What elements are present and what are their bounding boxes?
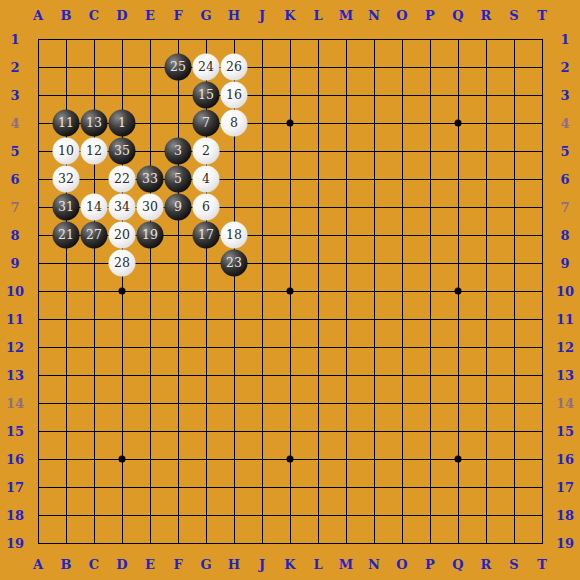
column-label-top-E: E	[145, 9, 155, 22]
row-label-left-8: 8	[10, 229, 19, 242]
stone-black-E8: 19	[137, 222, 164, 249]
stone-move-number: 27	[86, 229, 102, 242]
stone-white-G5: 2	[193, 138, 220, 165]
column-label-top-L: L	[313, 9, 322, 22]
stone-move-number: 35	[114, 145, 130, 158]
stone-move-number: 12	[86, 145, 102, 158]
stone-move-number: 28	[114, 257, 130, 270]
column-label-top-G: G	[200, 9, 211, 22]
row-label-right-11: 11	[556, 313, 574, 326]
stone-white-B6: 32	[53, 166, 80, 193]
row-label-left-18: 18	[6, 509, 24, 522]
column-label-top-F: F	[173, 9, 182, 22]
row-label-left-6: 6	[10, 173, 19, 186]
column-label-top-H: H	[228, 9, 240, 22]
row-label-right-3: 3	[560, 89, 569, 102]
column-label-top-P: P	[425, 9, 435, 22]
stone-black-B8: 21	[53, 222, 80, 249]
row-label-right-12: 12	[556, 341, 574, 354]
stone-move-number: 31	[58, 201, 74, 214]
stone-black-G4: 7	[193, 110, 220, 137]
row-label-right-1: 1	[560, 33, 569, 46]
stone-move-number: 23	[226, 257, 242, 270]
column-label-bottom-O: O	[396, 558, 407, 571]
go-board-diagram: AABBCCDDEEFFGGHHJJKKLLMMNNOOPPQQRRSSTT11…	[0, 0, 580, 580]
column-label-bottom-P: P	[425, 558, 435, 571]
stone-move-number: 30	[142, 201, 158, 214]
stone-white-H8: 18	[221, 222, 248, 249]
row-label-right-10: 10	[556, 285, 574, 298]
row-label-left-19: 19	[6, 537, 24, 550]
stone-white-D8: 20	[109, 222, 136, 249]
column-label-bottom-N: N	[368, 558, 380, 571]
stone-move-number: 26	[226, 61, 242, 74]
column-label-bottom-L: L	[313, 558, 322, 571]
row-label-left-11: 11	[6, 313, 24, 326]
row-label-left-12: 12	[6, 341, 24, 354]
stone-black-E6: 33	[137, 166, 164, 193]
column-label-bottom-G: G	[200, 558, 211, 571]
row-label-left-16: 16	[6, 453, 24, 466]
column-label-top-T: T	[537, 9, 547, 22]
star-point-D10	[119, 288, 126, 295]
star-point-K16	[287, 456, 294, 463]
column-label-bottom-J: J	[259, 558, 265, 571]
star-point-Q16	[455, 456, 462, 463]
stone-white-G7: 6	[193, 194, 220, 221]
row-label-left-5: 5	[10, 145, 19, 158]
stone-move-number: 34	[114, 201, 130, 214]
column-label-bottom-M: M	[339, 558, 353, 571]
stone-move-number: 17	[198, 229, 214, 242]
column-label-bottom-C: C	[89, 558, 99, 571]
stone-white-H4: 8	[221, 110, 248, 137]
stone-black-F7: 9	[165, 194, 192, 221]
column-label-bottom-Q: Q	[452, 558, 463, 571]
stone-black-F5: 3	[165, 138, 192, 165]
column-label-bottom-E: E	[145, 558, 155, 571]
column-label-bottom-K: K	[284, 558, 295, 571]
stone-black-C8: 27	[81, 222, 108, 249]
column-label-bottom-F: F	[173, 558, 182, 571]
stone-move-number: 19	[142, 229, 158, 242]
row-label-right-18: 18	[556, 509, 574, 522]
stone-black-F2: 25	[165, 54, 192, 81]
stone-move-number: 9	[174, 201, 182, 214]
stone-white-C7: 14	[81, 194, 108, 221]
stone-move-number: 32	[58, 173, 74, 186]
column-label-top-Q: Q	[452, 9, 463, 22]
star-point-K4	[287, 120, 294, 127]
stone-move-number: 13	[86, 117, 102, 130]
stone-move-number: 16	[226, 89, 242, 102]
stone-move-number: 6	[202, 201, 210, 214]
stone-black-G8: 17	[193, 222, 220, 249]
stone-black-C4: 13	[81, 110, 108, 137]
column-label-top-A: A	[33, 9, 43, 22]
column-label-bottom-D: D	[116, 558, 127, 571]
stone-move-number: 5	[174, 173, 182, 186]
stone-move-number: 10	[58, 145, 74, 158]
stone-black-B7: 31	[53, 194, 80, 221]
stone-move-number: 3	[174, 145, 182, 158]
stone-move-number: 20	[114, 229, 130, 242]
stone-move-number: 25	[170, 61, 186, 74]
column-label-bottom-S: S	[509, 558, 518, 571]
star-point-Q10	[455, 288, 462, 295]
row-label-right-19: 19	[556, 537, 574, 550]
star-point-Q4	[455, 120, 462, 127]
column-label-top-O: O	[396, 9, 407, 22]
stone-move-number: 4	[202, 173, 210, 186]
row-label-right-15: 15	[556, 425, 574, 438]
row-label-right-14: 14	[556, 397, 574, 410]
stone-black-D5: 35	[109, 138, 136, 165]
stone-move-number: 8	[230, 117, 238, 130]
row-label-right-17: 17	[556, 481, 574, 494]
stone-black-B4: 11	[53, 110, 80, 137]
stone-move-number: 15	[198, 89, 214, 102]
column-label-bottom-A: A	[33, 558, 43, 571]
stone-black-H9: 23	[221, 250, 248, 277]
row-label-left-9: 9	[10, 257, 19, 270]
stone-white-G2: 24	[193, 54, 220, 81]
row-label-left-10: 10	[6, 285, 24, 298]
column-label-top-N: N	[368, 9, 380, 22]
stone-black-F6: 5	[165, 166, 192, 193]
column-label-top-B: B	[61, 9, 72, 22]
column-label-top-R: R	[481, 9, 492, 22]
column-label-bottom-H: H	[228, 558, 240, 571]
row-label-left-17: 17	[6, 481, 24, 494]
column-label-top-D: D	[116, 9, 127, 22]
stone-move-number: 11	[58, 117, 74, 130]
row-label-right-4: 4	[560, 117, 569, 130]
column-label-top-K: K	[284, 9, 295, 22]
stone-move-number: 22	[114, 173, 130, 186]
row-label-left-3: 3	[10, 89, 19, 102]
stone-black-D4: 1	[109, 110, 136, 137]
stone-black-G3: 15	[193, 82, 220, 109]
row-label-right-13: 13	[556, 369, 574, 382]
row-label-right-5: 5	[560, 145, 569, 158]
stone-white-E7: 30	[137, 194, 164, 221]
column-label-top-M: M	[339, 9, 353, 22]
stone-white-G6: 4	[193, 166, 220, 193]
stone-white-C5: 12	[81, 138, 108, 165]
stone-move-number: 21	[58, 229, 74, 242]
row-label-left-2: 2	[10, 61, 19, 74]
row-label-right-2: 2	[560, 61, 569, 74]
column-label-top-S: S	[509, 9, 518, 22]
stone-move-number: 24	[198, 61, 214, 74]
row-label-right-6: 6	[560, 173, 569, 186]
stone-white-D7: 34	[109, 194, 136, 221]
row-label-left-4: 4	[10, 117, 19, 130]
row-label-left-13: 13	[6, 369, 24, 382]
stone-move-number: 1	[118, 117, 126, 130]
stone-move-number: 7	[202, 117, 210, 130]
row-label-right-16: 16	[556, 453, 574, 466]
stone-white-D6: 22	[109, 166, 136, 193]
column-label-bottom-R: R	[481, 558, 492, 571]
row-label-left-14: 14	[6, 397, 24, 410]
row-label-left-7: 7	[10, 201, 19, 214]
stone-white-H3: 16	[221, 82, 248, 109]
stone-move-number: 14	[86, 201, 102, 214]
column-label-top-C: C	[89, 9, 99, 22]
stone-move-number: 33	[142, 173, 158, 186]
column-label-top-J: J	[259, 9, 265, 22]
stone-white-B5: 10	[53, 138, 80, 165]
row-label-right-8: 8	[560, 229, 569, 242]
star-point-D16	[119, 456, 126, 463]
column-label-bottom-B: B	[61, 558, 72, 571]
stone-move-number: 18	[226, 229, 242, 242]
row-label-left-1: 1	[10, 33, 19, 46]
row-label-left-15: 15	[6, 425, 24, 438]
row-label-right-7: 7	[560, 201, 569, 214]
row-label-right-9: 9	[560, 257, 569, 270]
stone-white-D9: 28	[109, 250, 136, 277]
stone-move-number: 2	[202, 145, 210, 158]
column-label-bottom-T: T	[537, 558, 547, 571]
star-point-K10	[287, 288, 294, 295]
stone-white-H2: 26	[221, 54, 248, 81]
